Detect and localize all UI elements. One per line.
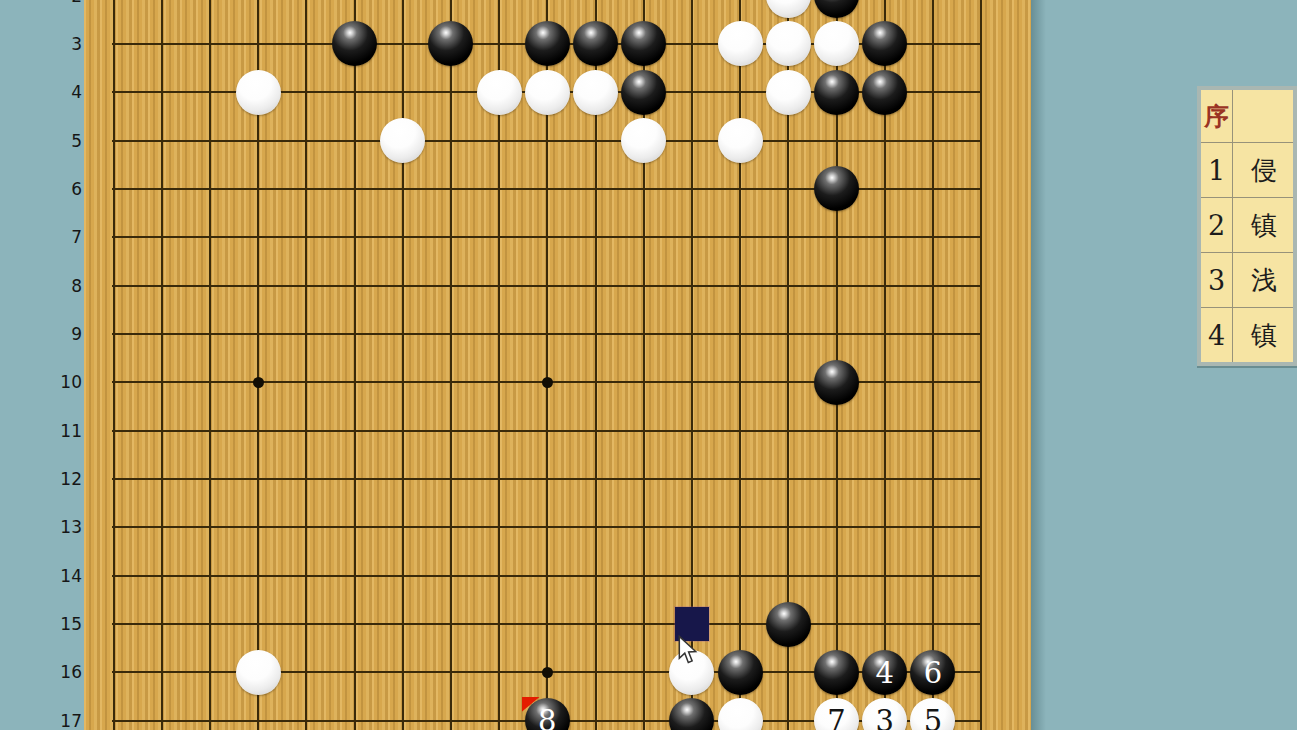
white-stone	[766, 70, 811, 115]
table-header-row: 序	[1199, 88, 1295, 143]
black-stone: 6	[910, 650, 955, 695]
black-stone	[621, 70, 666, 115]
black-stone	[573, 21, 618, 66]
move-name: 镇	[1233, 308, 1295, 365]
grid-vline	[113, 0, 115, 730]
white-stone	[525, 70, 570, 115]
white-stone	[380, 118, 425, 163]
black-stone	[814, 650, 859, 695]
white-stone	[718, 21, 763, 66]
move-order-number: 1	[1199, 143, 1233, 198]
board-edge-shadow	[1031, 0, 1046, 730]
move-name: 浅	[1233, 253, 1295, 308]
move-name: 镇	[1233, 198, 1295, 253]
move-number-label: 7	[827, 707, 845, 730]
black-stone	[814, 0, 859, 18]
row-label: 15	[38, 613, 82, 635]
row-label: 16	[38, 661, 82, 683]
move-order-number: 3	[1199, 253, 1233, 308]
row-label: 9	[38, 323, 82, 345]
mouse-cursor-icon	[677, 635, 698, 665]
black-stone	[766, 602, 811, 647]
table-header-order: 序	[1199, 88, 1233, 143]
star-point	[253, 377, 264, 388]
move-order-number: 4	[1199, 308, 1233, 365]
move-order-number: 2	[1199, 198, 1233, 253]
white-stone	[718, 698, 763, 730]
black-stone	[814, 360, 859, 405]
move-number-label: 4	[875, 659, 893, 688]
white-stone: 7	[814, 698, 859, 730]
move-number-label: 5	[924, 707, 942, 730]
row-label: 10	[38, 371, 82, 393]
white-stone	[718, 118, 763, 163]
star-point	[542, 377, 553, 388]
white-stone	[477, 70, 522, 115]
black-stone	[525, 21, 570, 66]
grid-vline	[980, 0, 982, 730]
row-label: 5	[38, 130, 82, 152]
screen: 468735 234567891011121314151617 序 1 侵 2 …	[0, 0, 1297, 730]
black-stone	[862, 21, 907, 66]
row-label: 8	[38, 275, 82, 297]
grid-vline	[739, 0, 741, 730]
table-row[interactable]: 1 侵	[1199, 143, 1295, 198]
white-stone	[766, 21, 811, 66]
black-stone: 4	[862, 650, 907, 695]
move-number-label: 6	[924, 659, 942, 688]
move-number-label: 3	[875, 707, 893, 730]
move-number-label: 8	[538, 707, 556, 730]
white-stone: 5	[910, 698, 955, 730]
row-label: 3	[38, 33, 82, 55]
black-stone	[332, 21, 377, 66]
row-label: 11	[38, 420, 82, 442]
black-stone	[718, 650, 763, 695]
grid-vline	[209, 0, 211, 730]
black-stone	[428, 21, 473, 66]
white-stone	[814, 21, 859, 66]
grid-vline	[932, 0, 934, 730]
row-label: 6	[38, 178, 82, 200]
move-name: 侵	[1233, 143, 1295, 198]
black-stone	[862, 70, 907, 115]
table-header-name	[1233, 88, 1295, 143]
row-label: 2	[38, 0, 82, 7]
white-stone	[573, 70, 618, 115]
table-row[interactable]: 3 浅	[1199, 253, 1295, 308]
white-stone	[236, 650, 281, 695]
black-stone	[814, 166, 859, 211]
row-label: 12	[38, 468, 82, 490]
black-stone	[621, 21, 666, 66]
star-point	[542, 667, 553, 678]
table-row[interactable]: 4 镇	[1199, 308, 1295, 365]
go-board[interactable]: 468735	[84, 0, 1031, 730]
move-order-table: 序 1 侵 2 镇 3 浅 4 镇	[1197, 86, 1297, 366]
black-stone	[814, 70, 859, 115]
grid-vline	[354, 0, 356, 730]
white-stone	[236, 70, 281, 115]
row-label: 4	[38, 81, 82, 103]
grid-vline	[450, 0, 452, 730]
grid-vline	[402, 0, 404, 730]
row-label: 14	[38, 565, 82, 587]
row-label: 17	[38, 710, 82, 730]
white-stone: 3	[862, 698, 907, 730]
grid-vline	[161, 0, 163, 730]
row-label: 13	[38, 516, 82, 538]
row-label: 7	[38, 226, 82, 248]
black-stone	[669, 698, 714, 730]
table-row[interactable]: 2 镇	[1199, 198, 1295, 253]
white-stone	[766, 0, 811, 18]
grid-vline	[305, 0, 307, 730]
white-stone	[621, 118, 666, 163]
